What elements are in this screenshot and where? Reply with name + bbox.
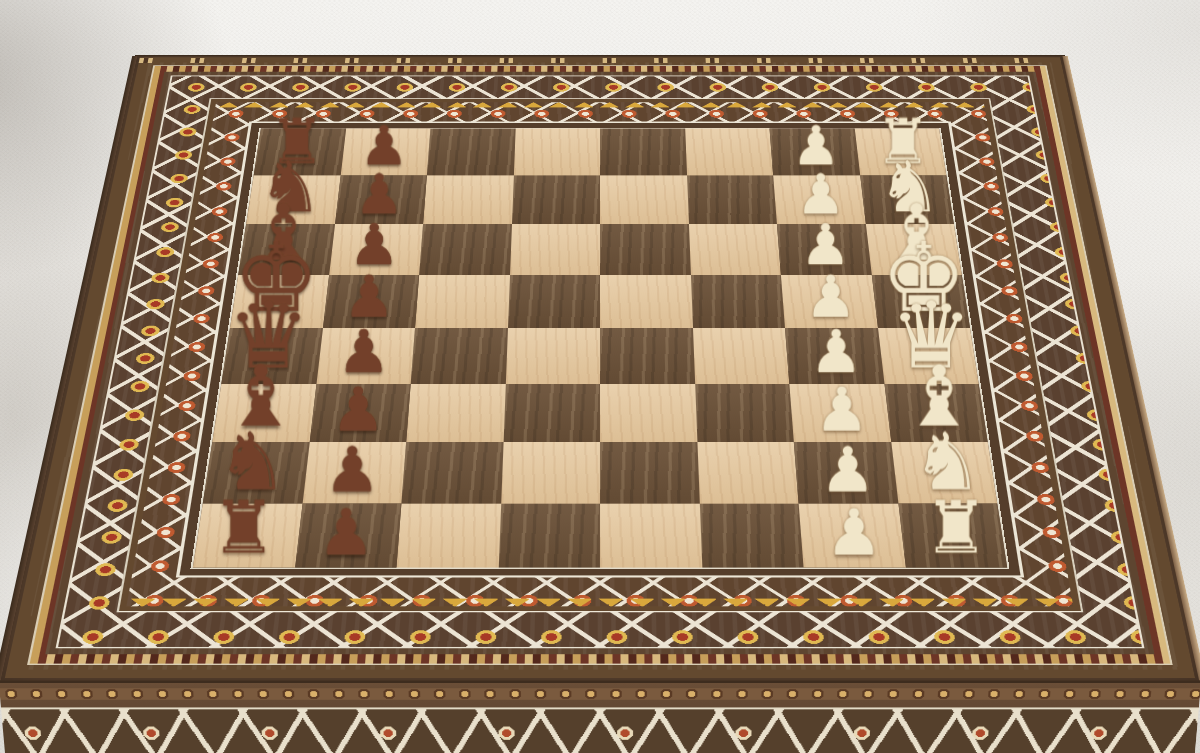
square-b6[interactable]: [401, 442, 503, 503]
square-b3[interactable]: [697, 442, 799, 503]
front-diamond-inlay: [0, 688, 1200, 700]
square-g6[interactable]: [423, 175, 513, 224]
square-f3[interactable]: [688, 224, 780, 275]
black-pawn[interactable]: ♟: [324, 438, 380, 500]
square-a4[interactable]: [600, 503, 702, 567]
square-b2[interactable]: ♟: [794, 442, 898, 503]
black-pawn[interactable]: ♟: [317, 501, 374, 565]
square-e5[interactable]: [508, 275, 601, 328]
square-f4[interactable]: [600, 224, 690, 275]
square-f5[interactable]: [510, 224, 600, 275]
white-rook[interactable]: ♜: [923, 492, 988, 565]
square-h5[interactable]: [513, 129, 600, 176]
square-b7[interactable]: ♟: [302, 442, 406, 503]
square-e6[interactable]: [415, 275, 510, 328]
black-rook[interactable]: ♜: [212, 492, 277, 565]
square-a8[interactable]: ♜: [193, 503, 302, 567]
square-g4[interactable]: [600, 175, 688, 224]
square-e4[interactable]: [600, 275, 693, 328]
perspective-wrapper: ♜♟♟♜♞♟♟♞♝♟♟♝♚♟♟♚♛♟♟♛♝♟♟♝♞♟♟♞♜♟♟♜: [0, 0, 1200, 753]
black-pawn[interactable]: ♟: [337, 322, 390, 381]
front-chain-inlay: [1, 707, 1199, 753]
white-pawn[interactable]: ♟: [826, 501, 883, 565]
square-g3[interactable]: [687, 175, 777, 224]
square-h4[interactable]: [600, 129, 687, 176]
square-b4[interactable]: [600, 442, 699, 503]
square-a3[interactable]: [699, 503, 803, 567]
square-a2[interactable]: ♟: [799, 503, 906, 567]
square-a7[interactable]: ♟: [295, 503, 402, 567]
square-a5[interactable]: [498, 503, 600, 567]
square-e3[interactable]: [690, 275, 785, 328]
square-g5[interactable]: [512, 175, 600, 224]
white-pawn[interactable]: ♟: [820, 438, 876, 500]
chess-board-frame: ♜♟♟♜♞♟♟♞♝♟♟♝♚♟♟♚♛♟♟♛♝♟♟♝♞♟♟♞♜♟♟♜: [1, 56, 1199, 681]
box-front-face: [0, 681, 1200, 753]
square-h3[interactable]: [685, 129, 773, 176]
white-pawn[interactable]: ♟: [810, 322, 863, 381]
square-f6[interactable]: [419, 224, 511, 275]
square-a1[interactable]: ♜: [898, 503, 1007, 567]
white-pawn[interactable]: ♟: [815, 379, 869, 440]
square-b5[interactable]: [501, 442, 600, 503]
black-pawn[interactable]: ♟: [331, 379, 385, 440]
square-h6[interactable]: [427, 129, 515, 176]
photo-scene: ♜♟♟♜♞♟♟♞♝♟♟♝♚♟♟♚♛♟♟♛♝♟♟♝♞♟♟♞♜♟♟♜: [0, 0, 1200, 753]
square-a6[interactable]: [396, 503, 500, 567]
